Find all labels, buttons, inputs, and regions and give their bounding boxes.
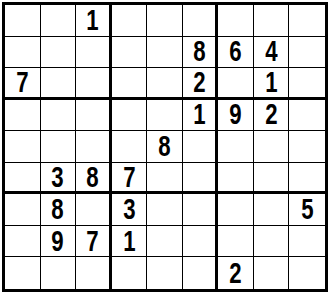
cell-r1c4[interactable] — [112, 5, 148, 37]
cell-r6c8[interactable] — [254, 163, 290, 195]
cell-r9c5[interactable] — [147, 257, 183, 289]
given-digit: 1 — [265, 68, 277, 98]
cell-r4c4[interactable] — [112, 100, 148, 132]
cell-r5c4[interactable] — [112, 131, 148, 163]
cell-r4c9[interactable] — [289, 100, 325, 132]
cell-r7c7[interactable] — [218, 194, 254, 226]
given-digit: 1 — [123, 226, 135, 257]
cell-r4c7[interactable]: 9 — [218, 100, 254, 132]
cell-r2c8[interactable]: 4 — [254, 37, 290, 69]
cell-r7c1[interactable] — [5, 194, 41, 226]
sudoku-puzzle: 186472119283878359712 — [0, 0, 330, 294]
cell-r8c7[interactable] — [218, 226, 254, 258]
cell-r9c2[interactable] — [41, 257, 77, 289]
given-digit: 3 — [123, 194, 135, 225]
cell-r8c6[interactable] — [183, 226, 219, 258]
cell-r2c6[interactable]: 8 — [183, 37, 219, 69]
given-digit: 6 — [229, 37, 241, 68]
cell-r5c8[interactable] — [254, 131, 290, 163]
cell-r5c3[interactable] — [76, 131, 112, 163]
cell-r9c3[interactable] — [76, 257, 112, 289]
cell-r7c5[interactable] — [147, 194, 183, 226]
cell-r1c9[interactable] — [289, 5, 325, 37]
cell-r6c1[interactable] — [5, 163, 41, 195]
cell-r9c7[interactable]: 2 — [218, 257, 254, 289]
given-digit: 1 — [193, 100, 205, 131]
cell-r9c8[interactable] — [254, 257, 290, 289]
cell-r3c3[interactable] — [76, 68, 112, 100]
cell-r3c2[interactable] — [41, 68, 77, 100]
cell-r6c2[interactable]: 3 — [41, 163, 77, 195]
cell-r8c2[interactable]: 9 — [41, 226, 77, 258]
given-digit: 2 — [229, 258, 241, 289]
cell-r1c6[interactable] — [183, 5, 219, 37]
cell-r2c2[interactable] — [41, 37, 77, 69]
cell-r9c4[interactable] — [112, 257, 148, 289]
cell-r8c1[interactable] — [5, 226, 41, 258]
given-digit: 7 — [86, 226, 98, 257]
cell-r3c4[interactable] — [112, 68, 148, 100]
cell-r1c8[interactable] — [254, 5, 290, 37]
given-digit: 8 — [158, 131, 170, 162]
cell-r2c1[interactable] — [5, 37, 41, 69]
given-digit: 2 — [265, 100, 277, 131]
cell-r1c1[interactable] — [5, 5, 41, 37]
cell-r5c1[interactable] — [5, 131, 41, 163]
cell-r2c7[interactable]: 6 — [218, 37, 254, 69]
cell-r7c3[interactable] — [76, 194, 112, 226]
cell-r6c4[interactable]: 7 — [112, 163, 148, 195]
cell-r7c6[interactable] — [183, 194, 219, 226]
cell-r4c6[interactable]: 1 — [183, 100, 219, 132]
cell-r2c5[interactable] — [147, 37, 183, 69]
cell-r4c2[interactable] — [41, 100, 77, 132]
cell-r6c3[interactable]: 8 — [76, 163, 112, 195]
cell-r3c6[interactable]: 2 — [183, 68, 219, 100]
cell-r3c7[interactable] — [218, 68, 254, 100]
cell-r9c1[interactable] — [5, 257, 41, 289]
given-digit: 9 — [52, 226, 64, 257]
cell-r7c4[interactable]: 3 — [112, 194, 148, 226]
cell-r4c1[interactable] — [5, 100, 41, 132]
cell-r1c5[interactable] — [147, 5, 183, 37]
cell-r2c9[interactable] — [289, 37, 325, 69]
cell-r2c4[interactable] — [112, 37, 148, 69]
cell-r8c4[interactable]: 1 — [112, 226, 148, 258]
given-digit: 9 — [229, 100, 241, 131]
given-digit: 7 — [16, 68, 28, 98]
cell-r9c6[interactable] — [183, 257, 219, 289]
cell-r6c5[interactable] — [147, 163, 183, 195]
cell-r8c8[interactable] — [254, 226, 290, 258]
cell-r5c7[interactable] — [218, 131, 254, 163]
cell-r3c1[interactable]: 7 — [5, 68, 41, 100]
given-digit: 8 — [86, 163, 98, 193]
given-digit: 8 — [193, 37, 205, 68]
cell-r5c2[interactable] — [41, 131, 77, 163]
given-digit: 2 — [193, 68, 205, 98]
cell-r6c6[interactable] — [183, 163, 219, 195]
cell-r7c2[interactable]: 8 — [41, 194, 77, 226]
cell-r8c5[interactable] — [147, 226, 183, 258]
cell-r4c5[interactable] — [147, 100, 183, 132]
cell-r1c3[interactable]: 1 — [76, 5, 112, 37]
cell-r9c9[interactable] — [289, 257, 325, 289]
sudoku-board: 186472119283878359712 — [2, 2, 328, 292]
given-digit: 1 — [86, 5, 98, 36]
cell-r6c9[interactable] — [289, 163, 325, 195]
cell-r4c3[interactable] — [76, 100, 112, 132]
cell-r6c7[interactable] — [218, 163, 254, 195]
cell-r7c8[interactable] — [254, 194, 290, 226]
cell-r1c7[interactable] — [218, 5, 254, 37]
given-digit: 7 — [123, 163, 135, 193]
cell-r5c5[interactable]: 8 — [147, 131, 183, 163]
cell-r3c9[interactable] — [289, 68, 325, 100]
cell-r5c9[interactable] — [289, 131, 325, 163]
cell-r2c3[interactable] — [76, 37, 112, 69]
cell-r3c8[interactable]: 1 — [254, 68, 290, 100]
given-digit: 4 — [265, 37, 277, 68]
cell-r3c5[interactable] — [147, 68, 183, 100]
cell-r4c8[interactable]: 2 — [254, 100, 290, 132]
given-digit: 3 — [52, 163, 64, 193]
cell-r7c9[interactable]: 5 — [289, 194, 325, 226]
cell-r1c2[interactable] — [41, 5, 77, 37]
given-digit: 8 — [52, 194, 64, 225]
cell-r8c3[interactable]: 7 — [76, 226, 112, 258]
cell-r8c9[interactable] — [289, 226, 325, 258]
given-digit: 5 — [301, 194, 313, 225]
cell-r5c6[interactable] — [183, 131, 219, 163]
